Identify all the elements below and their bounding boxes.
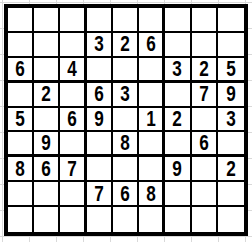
cell-r7c4[interactable] (87, 157, 113, 182)
given-digit: 7 (67, 158, 77, 180)
cell-r9c8[interactable] (192, 207, 218, 232)
given-digit: 5 (226, 58, 236, 80)
cell-r2c3[interactable] (60, 33, 86, 58)
cell-r8c2[interactable] (34, 182, 60, 207)
given-digit: 8 (15, 158, 25, 180)
cell-r6c9[interactable] (218, 132, 244, 157)
sudoku-board: 326643252637956912398686792768 (4, 4, 248, 236)
cell-r9c5[interactable] (113, 207, 139, 232)
cell-r8c5[interactable]: 6 (113, 182, 139, 207)
given-digit: 9 (226, 83, 236, 105)
cell-r3c3[interactable]: 4 (60, 58, 86, 83)
cell-r6c3[interactable] (60, 132, 86, 157)
given-digit: 3 (173, 58, 183, 80)
cell-r3c4[interactable] (87, 58, 113, 83)
given-digit: 6 (42, 158, 52, 180)
cell-r8c8[interactable] (192, 182, 218, 207)
given-digit: 6 (67, 108, 77, 130)
cell-r9c4[interactable] (87, 207, 113, 232)
given-digit: 8 (146, 183, 156, 205)
given-digit: 3 (120, 83, 130, 105)
cell-r1c6[interactable] (139, 8, 165, 33)
cell-r7c1[interactable]: 8 (8, 157, 34, 182)
cell-r2c5[interactable]: 2 (113, 33, 139, 58)
cell-r9c6[interactable] (139, 207, 165, 232)
cell-r2c7[interactable] (165, 33, 191, 58)
given-digit: 6 (120, 183, 130, 205)
given-digit: 2 (173, 108, 183, 130)
given-digit: 3 (94, 33, 104, 55)
cell-r8c7[interactable] (165, 182, 191, 207)
cell-r3c8[interactable]: 2 (192, 58, 218, 83)
cell-r3c7[interactable]: 3 (165, 58, 191, 83)
cell-r8c4[interactable]: 7 (87, 182, 113, 207)
cell-r5c5[interactable] (113, 108, 139, 133)
cell-r4c6[interactable] (139, 83, 165, 108)
cell-r7c9[interactable]: 2 (218, 157, 244, 182)
cell-r7c5[interactable] (113, 157, 139, 182)
given-digit: 4 (67, 58, 77, 80)
cell-r4c5[interactable]: 3 (113, 83, 139, 108)
given-digit: 6 (94, 83, 104, 105)
cell-r5c9[interactable]: 3 (218, 108, 244, 133)
given-digit: 3 (226, 108, 236, 130)
cell-r5c3[interactable]: 6 (60, 108, 86, 133)
given-digit: 7 (94, 183, 104, 205)
cell-r3c2[interactable] (34, 58, 60, 83)
cell-r3c1[interactable]: 6 (8, 58, 34, 83)
cell-r9c2[interactable] (34, 207, 60, 232)
given-digit: 9 (42, 132, 52, 154)
cell-r2c6[interactable]: 6 (139, 33, 165, 58)
given-digit: 2 (226, 158, 236, 180)
cell-r8c1[interactable] (8, 182, 34, 207)
spreadsheet-canvas: 326643252637956912398686792768 (0, 0, 252, 242)
cell-r6c5[interactable]: 8 (113, 132, 139, 157)
given-digit: 7 (199, 83, 209, 105)
cell-r3c6[interactable] (139, 58, 165, 83)
cell-r1c8[interactable] (192, 8, 218, 33)
cell-r7c3[interactable]: 7 (60, 157, 86, 182)
cell-r6c2[interactable]: 9 (34, 132, 60, 157)
cell-r4c3[interactable] (60, 83, 86, 108)
cell-r8c9[interactable] (218, 182, 244, 207)
cell-r3c9[interactable]: 5 (218, 58, 244, 83)
cell-r4c8[interactable]: 7 (192, 83, 218, 108)
cell-r2c2[interactable] (34, 33, 60, 58)
cell-r9c9[interactable] (218, 207, 244, 232)
given-digit: 6 (15, 58, 25, 80)
given-digit: 6 (199, 132, 209, 154)
given-digit: 2 (42, 83, 52, 105)
cell-r7c2[interactable]: 6 (34, 157, 60, 182)
cell-r7c8[interactable] (192, 157, 218, 182)
cell-r2c9[interactable] (218, 33, 244, 58)
given-digit: 6 (146, 33, 156, 55)
cell-r3c5[interactable] (113, 58, 139, 83)
cell-r1c7[interactable] (165, 8, 191, 33)
cell-r5c7[interactable]: 2 (165, 108, 191, 133)
cell-r6c1[interactable] (8, 132, 34, 157)
cell-r9c7[interactable] (165, 207, 191, 232)
cell-r2c1[interactable] (8, 33, 34, 58)
cell-r5c8[interactable] (192, 108, 218, 133)
given-digit: 8 (120, 132, 130, 154)
cell-r7c7[interactable]: 9 (165, 157, 191, 182)
cell-r5c4[interactable]: 9 (87, 108, 113, 133)
cell-r6c7[interactable] (165, 132, 191, 157)
cell-r5c6[interactable]: 1 (139, 108, 165, 133)
cell-r1c4[interactable] (87, 8, 113, 33)
given-digit: 9 (94, 108, 104, 130)
cell-r1c1[interactable] (8, 8, 34, 33)
cell-r7c6[interactable] (139, 157, 165, 182)
cell-r1c2[interactable] (34, 8, 60, 33)
cell-r4c9[interactable]: 9 (218, 83, 244, 108)
cell-r6c8[interactable]: 6 (192, 132, 218, 157)
cell-r4c2[interactable]: 2 (34, 83, 60, 108)
cell-r8c3[interactable] (60, 182, 86, 207)
given-digit: 2 (199, 58, 209, 80)
cell-r1c5[interactable] (113, 8, 139, 33)
cell-r2c8[interactable] (192, 33, 218, 58)
given-digit: 5 (15, 108, 25, 130)
cell-r4c7[interactable] (165, 83, 191, 108)
cell-r1c3[interactable] (60, 8, 86, 33)
given-digit: 2 (120, 33, 130, 55)
cell-r4c4[interactable]: 6 (87, 83, 113, 108)
given-digit: 1 (146, 108, 156, 130)
cell-r9c3[interactable] (60, 207, 86, 232)
cell-r6c6[interactable] (139, 132, 165, 157)
cell-r6c4[interactable] (87, 132, 113, 157)
cell-r8c6[interactable]: 8 (139, 182, 165, 207)
cell-r9c1[interactable] (8, 207, 34, 232)
cell-r4c1[interactable] (8, 83, 34, 108)
cell-r5c1[interactable]: 5 (8, 108, 34, 133)
cell-r1c9[interactable] (218, 8, 244, 33)
cell-r5c2[interactable] (34, 108, 60, 133)
cell-r2c4[interactable]: 3 (87, 33, 113, 58)
given-digit: 9 (173, 158, 183, 180)
